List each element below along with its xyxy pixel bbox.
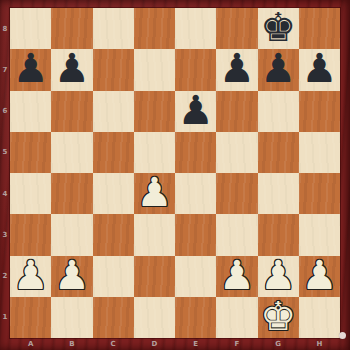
square-h6[interactable] <box>299 91 340 132</box>
square-g5[interactable] <box>258 132 299 173</box>
rank-label-4: 4 <box>0 173 10 214</box>
file-label-b: B <box>51 338 92 350</box>
rank-label-7: 7 <box>0 49 10 90</box>
square-a5[interactable] <box>10 132 51 173</box>
square-c2[interactable] <box>93 256 134 297</box>
square-f8[interactable] <box>216 8 257 49</box>
square-e5[interactable] <box>175 132 216 173</box>
square-b2[interactable]: ♟ <box>51 256 92 297</box>
white-pawn-a2[interactable]: ♟ <box>13 255 49 296</box>
square-c1[interactable] <box>93 297 134 338</box>
black-pawn-h7[interactable]: ♟ <box>301 48 337 89</box>
square-d1[interactable] <box>134 297 175 338</box>
square-g7[interactable]: ♟ <box>258 49 299 90</box>
square-h1[interactable] <box>299 297 340 338</box>
square-f2[interactable]: ♟ <box>216 256 257 297</box>
square-h3[interactable] <box>299 214 340 255</box>
square-b6[interactable] <box>51 91 92 132</box>
square-f7[interactable]: ♟ <box>216 49 257 90</box>
file-label-a: A <box>10 338 51 350</box>
square-c4[interactable] <box>93 173 134 214</box>
square-e2[interactable] <box>175 256 216 297</box>
square-g1[interactable]: ♚ <box>258 297 299 338</box>
rank-label-3: 3 <box>0 214 10 255</box>
square-f1[interactable] <box>216 297 257 338</box>
square-d3[interactable] <box>134 214 175 255</box>
square-f4[interactable] <box>216 173 257 214</box>
square-c8[interactable] <box>93 8 134 49</box>
chess-board: ♚♟♟♟♟♟♟♟♟♟♟♟♟♚ <box>10 8 340 338</box>
square-a2[interactable]: ♟ <box>10 256 51 297</box>
square-f3[interactable] <box>216 214 257 255</box>
square-f6[interactable] <box>216 91 257 132</box>
square-d2[interactable] <box>134 256 175 297</box>
square-e1[interactable] <box>175 297 216 338</box>
square-a1[interactable] <box>10 297 51 338</box>
square-d7[interactable] <box>134 49 175 90</box>
square-f5[interactable] <box>216 132 257 173</box>
file-label-g: G <box>258 338 299 350</box>
square-g8[interactable]: ♚ <box>258 8 299 49</box>
white-pawn-g2[interactable]: ♟ <box>260 255 296 296</box>
file-label-d: D <box>134 338 175 350</box>
square-g4[interactable] <box>258 173 299 214</box>
square-d8[interactable] <box>134 8 175 49</box>
square-g6[interactable] <box>258 91 299 132</box>
square-a8[interactable] <box>10 8 51 49</box>
file-label-f: F <box>216 338 257 350</box>
white-king-g1[interactable]: ♚ <box>260 296 296 337</box>
square-b4[interactable] <box>51 173 92 214</box>
square-h8[interactable] <box>299 8 340 49</box>
black-pawn-e6[interactable]: ♟ <box>178 90 214 131</box>
square-a4[interactable] <box>10 173 51 214</box>
rank-labels: 87654321 <box>0 8 10 338</box>
rank-label-8: 8 <box>0 8 10 49</box>
square-e4[interactable] <box>175 173 216 214</box>
square-b3[interactable] <box>51 214 92 255</box>
square-d6[interactable] <box>134 91 175 132</box>
square-h5[interactable] <box>299 132 340 173</box>
square-h7[interactable]: ♟ <box>299 49 340 90</box>
square-e3[interactable] <box>175 214 216 255</box>
black-pawn-a7[interactable]: ♟ <box>13 48 49 89</box>
square-b5[interactable] <box>51 132 92 173</box>
square-b7[interactable]: ♟ <box>51 49 92 90</box>
file-label-c: C <box>93 338 134 350</box>
square-e6[interactable]: ♟ <box>175 91 216 132</box>
square-e7[interactable] <box>175 49 216 90</box>
white-pawn-h2[interactable]: ♟ <box>301 255 337 296</box>
square-a6[interactable] <box>10 91 51 132</box>
square-b8[interactable] <box>51 8 92 49</box>
square-a7[interactable]: ♟ <box>10 49 51 90</box>
square-g3[interactable] <box>258 214 299 255</box>
square-g2[interactable]: ♟ <box>258 256 299 297</box>
rank-label-6: 6 <box>0 91 10 132</box>
square-a3[interactable] <box>10 214 51 255</box>
rank-label-5: 5 <box>0 132 10 173</box>
square-h2[interactable]: ♟ <box>299 256 340 297</box>
black-king-g8[interactable]: ♚ <box>260 7 296 48</box>
white-to-move-indicator-dot <box>339 332 346 339</box>
rank-label-1: 1 <box>0 297 10 338</box>
square-d5[interactable] <box>134 132 175 173</box>
black-pawn-f7[interactable]: ♟ <box>219 48 255 89</box>
file-labels: ABCDEFGH <box>10 338 340 350</box>
square-c6[interactable] <box>93 91 134 132</box>
white-pawn-b2[interactable]: ♟ <box>54 255 90 296</box>
chess-board-frame: 87654321 ABCDEFGH ♚♟♟♟♟♟♟♟♟♟♟♟♟♚ <box>0 0 350 350</box>
square-c7[interactable] <box>93 49 134 90</box>
white-pawn-d4[interactable]: ♟ <box>136 172 172 213</box>
rank-label-2: 2 <box>0 256 10 297</box>
square-b1[interactable] <box>51 297 92 338</box>
square-c5[interactable] <box>93 132 134 173</box>
square-e8[interactable] <box>175 8 216 49</box>
square-c3[interactable] <box>93 214 134 255</box>
file-label-e: E <box>175 338 216 350</box>
black-pawn-b7[interactable]: ♟ <box>54 48 90 89</box>
black-pawn-g7[interactable]: ♟ <box>260 48 296 89</box>
white-pawn-f2[interactable]: ♟ <box>219 255 255 296</box>
file-label-h: H <box>299 338 340 350</box>
square-h4[interactable] <box>299 173 340 214</box>
square-d4[interactable]: ♟ <box>134 173 175 214</box>
